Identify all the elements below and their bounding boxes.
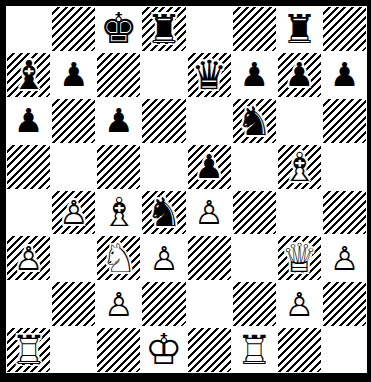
square-f4[interactable] (232, 190, 277, 236)
piece-glyph: ♙ (104, 288, 134, 321)
square-h7[interactable]: ♟♟ (322, 52, 367, 98)
square-d1[interactable]: ♚♔ (141, 327, 186, 373)
square-g1[interactable] (277, 327, 322, 373)
square-b5[interactable] (51, 144, 96, 190)
piece-glyph: ♟ (59, 58, 89, 91)
black-king-icon: ♚♚ (96, 6, 141, 52)
square-h5[interactable] (322, 144, 367, 190)
square-g4[interactable] (277, 190, 322, 236)
piece-glyph: ♚ (100, 8, 138, 50)
square-e4[interactable]: ♟♙ (187, 190, 232, 236)
black-knight-icon: ♞♞ (232, 98, 277, 144)
square-g2[interactable]: ♟♙ (277, 281, 322, 327)
square-b1[interactable] (51, 327, 96, 373)
square-e6[interactable] (187, 98, 232, 144)
square-g6[interactable] (277, 98, 322, 144)
square-b2[interactable] (51, 281, 96, 327)
square-a4[interactable] (6, 190, 51, 236)
square-e1[interactable] (187, 327, 232, 373)
piece-glyph: ♙ (285, 288, 315, 321)
white-pawn-icon: ♟♙ (6, 235, 51, 281)
piece-glyph: ♞ (146, 192, 182, 232)
square-h8[interactable] (322, 6, 367, 52)
piece-glyph: ♔ (145, 329, 183, 371)
square-c1[interactable] (96, 327, 141, 373)
piece-glyph: ♙ (330, 242, 360, 275)
square-e7[interactable]: ♛♛ (187, 52, 232, 98)
white-bishop-icon: ♝♗ (96, 190, 141, 236)
square-f2[interactable] (232, 281, 277, 327)
square-d5[interactable] (141, 144, 186, 190)
square-f6[interactable]: ♞♞ (232, 98, 277, 144)
square-c4[interactable]: ♝♗ (96, 190, 141, 236)
square-d8[interactable]: ♜♜ (141, 6, 186, 52)
black-pawn-icon: ♟♟ (232, 52, 277, 98)
square-g5[interactable]: ♝♗ (277, 144, 322, 190)
square-f5[interactable] (232, 144, 277, 190)
black-rook-icon: ♜♜ (141, 6, 186, 52)
piece-glyph: ♙ (149, 242, 179, 275)
square-b7[interactable]: ♟♟ (51, 52, 96, 98)
square-e3[interactable] (187, 235, 232, 281)
white-pawn-icon: ♟♙ (277, 281, 322, 327)
square-g3[interactable]: ♛♕ (277, 235, 322, 281)
piece-glyph: ♛ (191, 55, 227, 95)
square-b3[interactable] (51, 235, 96, 281)
piece-glyph: ♖ (236, 330, 272, 370)
piece-glyph: ♖ (11, 330, 47, 370)
black-pawn-icon: ♟♟ (322, 52, 367, 98)
white-rook-icon: ♜♖ (232, 327, 277, 373)
square-b8[interactable] (51, 6, 96, 52)
black-knight-icon: ♞♞ (141, 190, 186, 236)
white-pawn-icon: ♟♙ (187, 190, 232, 236)
square-d4[interactable]: ♞♞ (141, 190, 186, 236)
white-king-icon: ♚♔ (141, 327, 186, 373)
white-rook-icon: ♜♖ (6, 327, 51, 373)
square-c6[interactable]: ♟♟ (96, 98, 141, 144)
square-e5[interactable]: ♟♟ (187, 144, 232, 190)
square-c8[interactable]: ♚♚ (96, 6, 141, 52)
black-bishop-icon: ♝♝ (6, 52, 51, 98)
square-e2[interactable] (187, 281, 232, 327)
chess-board: ♚♚♜♜♜♜♝♝♟♟♛♛♟♟♟♟♟♟♟♟♟♟♞♞♟♟♝♗♟♙♝♗♞♞♟♙♟♙♞♘… (6, 6, 367, 373)
square-d3[interactable]: ♟♙ (141, 235, 186, 281)
piece-glyph: ♟ (285, 58, 315, 91)
square-f1[interactable]: ♜♖ (232, 327, 277, 373)
piece-glyph: ♟ (330, 58, 360, 91)
black-pawn-icon: ♟♟ (187, 144, 232, 190)
piece-glyph: ♟ (104, 104, 134, 137)
square-h1[interactable] (322, 327, 367, 373)
square-c2[interactable]: ♟♙ (96, 281, 141, 327)
square-f7[interactable]: ♟♟ (232, 52, 277, 98)
piece-glyph: ♕ (281, 238, 317, 278)
square-h6[interactable] (322, 98, 367, 144)
square-c3[interactable]: ♞♘ (96, 235, 141, 281)
square-d6[interactable] (141, 98, 186, 144)
black-pawn-icon: ♟♟ (51, 52, 96, 98)
square-g8[interactable]: ♜♜ (277, 6, 322, 52)
white-knight-icon: ♞♘ (96, 235, 141, 281)
square-e8[interactable] (187, 6, 232, 52)
white-pawn-icon: ♟♙ (322, 235, 367, 281)
white-queen-icon: ♛♕ (277, 235, 322, 281)
square-h2[interactable] (322, 281, 367, 327)
black-pawn-icon: ♟♟ (6, 98, 51, 144)
square-h3[interactable]: ♟♙ (322, 235, 367, 281)
white-pawn-icon: ♟♙ (96, 281, 141, 327)
white-pawn-icon: ♟♙ (141, 235, 186, 281)
white-bishop-icon: ♝♗ (277, 144, 322, 190)
square-a5[interactable] (6, 144, 51, 190)
piece-glyph: ♟ (14, 104, 44, 137)
square-a2[interactable] (6, 281, 51, 327)
square-d7[interactable] (141, 52, 186, 98)
black-pawn-icon: ♟♟ (277, 52, 322, 98)
white-pawn-icon: ♟♙ (51, 190, 96, 236)
square-a6[interactable]: ♟♟ (6, 98, 51, 144)
piece-glyph: ♟ (239, 58, 269, 91)
black-pawn-icon: ♟♟ (96, 98, 141, 144)
piece-glyph: ♘ (101, 238, 137, 278)
black-queen-icon: ♛♛ (187, 52, 232, 98)
square-a1[interactable]: ♜♖ (6, 327, 51, 373)
square-f3[interactable] (232, 235, 277, 281)
piece-glyph: ♙ (14, 242, 44, 275)
piece-glyph: ♟ (194, 150, 224, 183)
square-a7[interactable]: ♝♝ (6, 52, 51, 98)
square-d2[interactable] (141, 281, 186, 327)
square-g7[interactable]: ♟♟ (277, 52, 322, 98)
square-b4[interactable]: ♟♙ (51, 190, 96, 236)
piece-glyph: ♜ (146, 9, 182, 49)
piece-glyph: ♗ (281, 147, 317, 187)
piece-glyph: ♗ (101, 192, 137, 232)
square-h4[interactable] (322, 190, 367, 236)
square-a8[interactable] (6, 6, 51, 52)
square-a3[interactable]: ♟♙ (6, 235, 51, 281)
piece-glyph: ♙ (194, 196, 224, 229)
piece-glyph: ♝ (11, 55, 47, 95)
square-c5[interactable] (96, 144, 141, 190)
square-c7[interactable] (96, 52, 141, 98)
piece-glyph: ♙ (59, 196, 89, 229)
black-rook-icon: ♜♜ (277, 6, 322, 52)
piece-glyph: ♜ (281, 9, 317, 49)
piece-glyph: ♞ (236, 101, 272, 141)
square-b6[interactable] (51, 98, 96, 144)
square-f8[interactable] (232, 6, 277, 52)
chess-diagram-frame: ♚♚♜♜♜♜♝♝♟♟♛♛♟♟♟♟♟♟♟♟♟♟♞♞♟♟♝♗♟♙♝♗♞♞♟♙♟♙♞♘… (0, 0, 371, 382)
